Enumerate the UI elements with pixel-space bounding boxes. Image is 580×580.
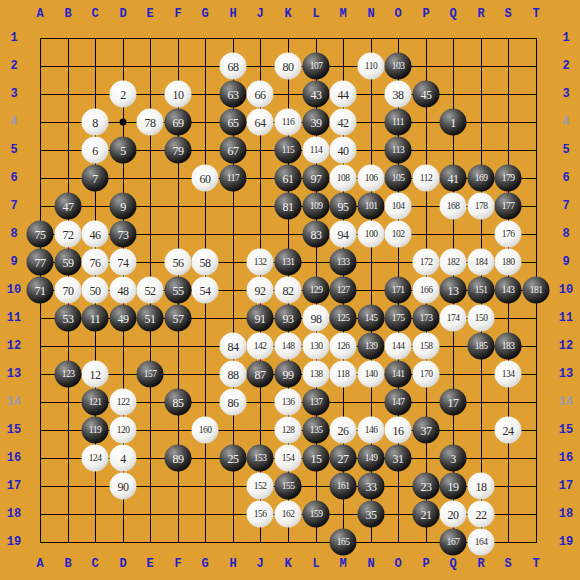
stone-white-K10[interactable]: 82 bbox=[275, 277, 302, 304]
stone-black-C6[interactable]: 7 bbox=[82, 165, 109, 192]
stone-white-M6[interactable]: 108 bbox=[330, 165, 357, 192]
stone-white-J17[interactable]: 152 bbox=[247, 473, 274, 500]
stone-white-O12[interactable]: 144 bbox=[385, 333, 412, 360]
stone-move-number: 104 bbox=[392, 201, 405, 211]
stone-white-L5[interactable]: 114 bbox=[303, 137, 330, 164]
stone-white-G6[interactable]: 60 bbox=[192, 165, 219, 192]
stone-move-number: 93 bbox=[283, 312, 294, 324]
stone-black-A10[interactable]: 71 bbox=[27, 277, 54, 304]
stone-white-R11[interactable]: 150 bbox=[468, 305, 495, 332]
column-label-bottom: H bbox=[229, 558, 236, 570]
stone-black-J11[interactable]: 91 bbox=[247, 305, 274, 332]
stone-move-number: 182 bbox=[447, 257, 460, 267]
stone-black-J16[interactable]: 153 bbox=[247, 445, 274, 472]
stone-move-number: 110 bbox=[365, 61, 377, 71]
stone-move-number: 136 bbox=[282, 397, 295, 407]
stone-move-number: 31 bbox=[393, 452, 404, 464]
stone-move-number: 109 bbox=[310, 201, 323, 211]
column-label-top: M bbox=[339, 8, 346, 20]
stone-move-number: 119 bbox=[89, 425, 101, 435]
stone-white-J18[interactable]: 156 bbox=[247, 501, 274, 528]
stone-black-C14[interactable]: 121 bbox=[82, 389, 109, 416]
stone-move-number: 161 bbox=[337, 481, 350, 491]
stone-move-number: 69 bbox=[173, 116, 184, 128]
stone-black-R10[interactable]: 151 bbox=[468, 277, 495, 304]
stone-move-number: 64 bbox=[255, 116, 266, 128]
row-label-left: 11 bbox=[7, 312, 21, 324]
stone-move-number: 121 bbox=[89, 397, 102, 407]
row-label-right: 8 bbox=[562, 228, 569, 240]
stone-black-H4[interactable]: 65 bbox=[220, 109, 247, 136]
stone-black-P15[interactable]: 37 bbox=[413, 417, 440, 444]
stone-black-Q19[interactable]: 167 bbox=[440, 529, 467, 556]
stone-move-number: 98 bbox=[311, 312, 322, 324]
stone-black-O5[interactable]: 113 bbox=[385, 137, 412, 164]
stone-move-number: 38 bbox=[393, 88, 404, 100]
stone-white-K4[interactable]: 116 bbox=[275, 109, 302, 136]
stone-move-number: 87 bbox=[255, 368, 266, 380]
stone-white-G9[interactable]: 58 bbox=[192, 249, 219, 276]
stone-black-Q10[interactable]: 13 bbox=[440, 277, 467, 304]
row-label-left: 5 bbox=[10, 144, 17, 156]
stone-black-M10[interactable]: 127 bbox=[330, 277, 357, 304]
stone-black-M9[interactable]: 133 bbox=[330, 249, 357, 276]
stone-white-R19[interactable]: 164 bbox=[468, 529, 495, 556]
stone-move-number: 97 bbox=[311, 172, 322, 184]
stone-move-number: 80 bbox=[283, 60, 294, 72]
stone-move-number: 150 bbox=[475, 313, 488, 323]
stone-white-D3[interactable]: 2 bbox=[110, 81, 137, 108]
column-label-top: C bbox=[91, 8, 98, 20]
column-label-top: D bbox=[119, 8, 126, 20]
stone-white-L11[interactable]: 98 bbox=[303, 305, 330, 332]
stone-white-D17[interactable]: 90 bbox=[110, 473, 137, 500]
stone-white-K14[interactable]: 136 bbox=[275, 389, 302, 416]
stone-move-number: 73 bbox=[118, 228, 129, 240]
stone-black-K7[interactable]: 81 bbox=[275, 193, 302, 220]
stone-black-S7[interactable]: 177 bbox=[495, 193, 522, 220]
stone-move-number: 178 bbox=[475, 201, 488, 211]
stone-white-P12[interactable]: 158 bbox=[413, 333, 440, 360]
stone-move-number: 113 bbox=[392, 145, 404, 155]
stone-black-Q6[interactable]: 41 bbox=[440, 165, 467, 192]
row-label-left: 14 bbox=[7, 396, 21, 408]
stone-white-C5[interactable]: 6 bbox=[82, 137, 109, 164]
stone-move-number: 154 bbox=[282, 453, 295, 463]
stone-black-T10[interactable]: 181 bbox=[523, 277, 550, 304]
stone-black-H6[interactable]: 117 bbox=[220, 165, 247, 192]
stone-white-D14[interactable]: 122 bbox=[110, 389, 137, 416]
stone-move-number: 25 bbox=[228, 452, 239, 464]
stone-move-number: 126 bbox=[337, 341, 350, 351]
stone-move-number: 151 bbox=[475, 285, 488, 295]
row-label-left: 2 bbox=[10, 60, 17, 72]
stone-move-number: 54 bbox=[200, 284, 211, 296]
stone-white-P6[interactable]: 112 bbox=[413, 165, 440, 192]
stone-move-number: 85 bbox=[173, 396, 184, 408]
stone-black-N11[interactable]: 145 bbox=[358, 305, 385, 332]
stone-white-C4[interactable]: 8 bbox=[82, 109, 109, 136]
stone-black-C11[interactable]: 11 bbox=[82, 305, 109, 332]
stone-white-H14[interactable]: 86 bbox=[220, 389, 247, 416]
stone-move-number: 76 bbox=[90, 256, 101, 268]
star-point bbox=[120, 119, 127, 126]
stone-white-N8[interactable]: 100 bbox=[358, 221, 385, 248]
stone-white-J4[interactable]: 64 bbox=[247, 109, 274, 136]
stone-white-G15[interactable]: 160 bbox=[192, 417, 219, 444]
stone-black-F10[interactable]: 55 bbox=[165, 277, 192, 304]
stone-white-N15[interactable]: 146 bbox=[358, 417, 385, 444]
stone-white-D15[interactable]: 120 bbox=[110, 417, 137, 444]
stone-move-number: 16 bbox=[393, 424, 404, 436]
stone-white-K16[interactable]: 154 bbox=[275, 445, 302, 472]
stone-move-number: 173 bbox=[420, 313, 433, 323]
row-label-right: 19 bbox=[559, 536, 573, 548]
stone-black-B9[interactable]: 59 bbox=[55, 249, 82, 276]
stone-move-number: 21 bbox=[421, 508, 432, 520]
column-label-top: P bbox=[422, 8, 429, 20]
stone-black-L10[interactable]: 129 bbox=[303, 277, 330, 304]
column-label-bottom: K bbox=[284, 558, 291, 570]
stone-white-L13[interactable]: 138 bbox=[303, 361, 330, 388]
stone-black-L2[interactable]: 107 bbox=[303, 53, 330, 80]
stone-white-R9[interactable]: 184 bbox=[468, 249, 495, 276]
stone-white-M3[interactable]: 44 bbox=[330, 81, 357, 108]
stone-white-E10[interactable]: 52 bbox=[137, 277, 164, 304]
stone-white-R17[interactable]: 18 bbox=[468, 473, 495, 500]
stone-white-C16[interactable]: 124 bbox=[82, 445, 109, 472]
stone-black-D8[interactable]: 73 bbox=[110, 221, 137, 248]
stone-move-number: 53 bbox=[63, 312, 74, 324]
stone-black-L14[interactable]: 137 bbox=[303, 389, 330, 416]
stone-white-K2[interactable]: 80 bbox=[275, 53, 302, 80]
stone-black-N16[interactable]: 149 bbox=[358, 445, 385, 472]
stone-black-O11[interactable]: 175 bbox=[385, 305, 412, 332]
stone-move-number: 51 bbox=[145, 312, 156, 324]
stone-white-C9[interactable]: 76 bbox=[82, 249, 109, 276]
stone-move-number: 139 bbox=[365, 341, 378, 351]
stone-move-number: 67 bbox=[228, 144, 239, 156]
stone-white-Q11[interactable]: 174 bbox=[440, 305, 467, 332]
stone-move-number: 42 bbox=[338, 116, 349, 128]
stone-black-M11[interactable]: 125 bbox=[330, 305, 357, 332]
stone-white-K18[interactable]: 162 bbox=[275, 501, 302, 528]
row-label-left: 6 bbox=[10, 172, 17, 184]
stone-white-J12[interactable]: 142 bbox=[247, 333, 274, 360]
stone-move-number: 130 bbox=[310, 341, 323, 351]
stone-black-M19[interactable]: 165 bbox=[330, 529, 357, 556]
stone-black-B13[interactable]: 123 bbox=[55, 361, 82, 388]
stone-move-number: 156 bbox=[254, 509, 267, 519]
stone-move-number: 132 bbox=[254, 257, 267, 267]
stone-white-M13[interactable]: 118 bbox=[330, 361, 357, 388]
stone-move-number: 106 bbox=[365, 173, 378, 183]
stone-white-C13[interactable]: 12 bbox=[82, 361, 109, 388]
stone-move-number: 71 bbox=[35, 284, 46, 296]
row-label-right: 2 bbox=[562, 60, 569, 72]
stone-black-P17[interactable]: 23 bbox=[413, 473, 440, 500]
stone-black-L18[interactable]: 159 bbox=[303, 501, 330, 528]
row-label-right: 16 bbox=[559, 452, 573, 464]
stone-black-M17[interactable]: 161 bbox=[330, 473, 357, 500]
stone-move-number: 89 bbox=[173, 452, 184, 464]
stone-move-number: 140 bbox=[365, 369, 378, 379]
stone-white-H13[interactable]: 88 bbox=[220, 361, 247, 388]
stone-move-number: 129 bbox=[310, 285, 323, 295]
stone-black-E11[interactable]: 51 bbox=[137, 305, 164, 332]
row-label-right: 17 bbox=[559, 480, 573, 492]
stone-black-Q16[interactable]: 3 bbox=[440, 445, 467, 472]
stone-black-L8[interactable]: 83 bbox=[303, 221, 330, 248]
stone-white-M4[interactable]: 42 bbox=[330, 109, 357, 136]
column-label-top: O bbox=[394, 8, 401, 20]
stone-black-S6[interactable]: 179 bbox=[495, 165, 522, 192]
column-label-top: S bbox=[504, 8, 511, 20]
stone-move-number: 44 bbox=[338, 88, 349, 100]
stone-white-R7[interactable]: 178 bbox=[468, 193, 495, 220]
stone-black-F4[interactable]: 69 bbox=[165, 109, 192, 136]
row-label-left: 16 bbox=[7, 452, 21, 464]
stone-black-N17[interactable]: 33 bbox=[358, 473, 385, 500]
stone-white-O3[interactable]: 38 bbox=[385, 81, 412, 108]
stone-white-N6[interactable]: 106 bbox=[358, 165, 385, 192]
stone-move-number: 17 bbox=[448, 396, 459, 408]
stone-move-number: 184 bbox=[475, 257, 488, 267]
stone-black-S10[interactable]: 143 bbox=[495, 277, 522, 304]
stone-move-number: 20 bbox=[448, 508, 459, 520]
stone-white-H2[interactable]: 68 bbox=[220, 53, 247, 80]
stone-black-A9[interactable]: 77 bbox=[27, 249, 54, 276]
stone-black-Q14[interactable]: 17 bbox=[440, 389, 467, 416]
stone-white-J10[interactable]: 92 bbox=[247, 277, 274, 304]
stone-move-number: 127 bbox=[337, 285, 350, 295]
stone-move-number: 61 bbox=[283, 172, 294, 184]
stone-move-number: 10 bbox=[173, 88, 184, 100]
stone-move-number: 179 bbox=[502, 173, 515, 183]
stone-move-number: 147 bbox=[392, 397, 405, 407]
stone-white-F9[interactable]: 56 bbox=[165, 249, 192, 276]
stone-white-M8[interactable]: 94 bbox=[330, 221, 357, 248]
stone-move-number: 166 bbox=[420, 285, 433, 295]
stone-move-number: 146 bbox=[365, 425, 378, 435]
stone-black-B11[interactable]: 53 bbox=[55, 305, 82, 332]
stone-black-A8[interactable]: 75 bbox=[27, 221, 54, 248]
stone-black-K17[interactable]: 155 bbox=[275, 473, 302, 500]
row-label-left: 17 bbox=[7, 480, 21, 492]
stone-black-O4[interactable]: 111 bbox=[385, 109, 412, 136]
stone-white-P13[interactable]: 170 bbox=[413, 361, 440, 388]
stone-white-D16[interactable]: 4 bbox=[110, 445, 137, 472]
stone-black-Q4[interactable]: 1 bbox=[440, 109, 467, 136]
stone-white-H12[interactable]: 84 bbox=[220, 333, 247, 360]
stone-move-number: 95 bbox=[338, 200, 349, 212]
stone-black-P18[interactable]: 21 bbox=[413, 501, 440, 528]
column-label-bottom: R bbox=[477, 558, 484, 570]
stone-white-G10[interactable]: 54 bbox=[192, 277, 219, 304]
stone-black-K13[interactable]: 99 bbox=[275, 361, 302, 388]
stone-white-M15[interactable]: 26 bbox=[330, 417, 357, 444]
stone-black-O6[interactable]: 105 bbox=[385, 165, 412, 192]
stone-black-D7[interactable]: 9 bbox=[110, 193, 137, 220]
stone-black-E13[interactable]: 157 bbox=[137, 361, 164, 388]
row-label-left: 13 bbox=[7, 368, 21, 380]
stone-black-O2[interactable]: 103 bbox=[385, 53, 412, 80]
stone-move-number: 164 bbox=[475, 537, 488, 547]
stone-black-M16[interactable]: 27 bbox=[330, 445, 357, 472]
column-label-top: K bbox=[284, 8, 291, 20]
stone-black-K11[interactable]: 93 bbox=[275, 305, 302, 332]
stone-white-N2[interactable]: 110 bbox=[358, 53, 385, 80]
stone-white-D10[interactable]: 48 bbox=[110, 277, 137, 304]
stone-black-L6[interactable]: 97 bbox=[303, 165, 330, 192]
stone-black-P3[interactable]: 45 bbox=[413, 81, 440, 108]
stone-white-K15[interactable]: 128 bbox=[275, 417, 302, 444]
stone-white-N13[interactable]: 140 bbox=[358, 361, 385, 388]
stone-black-Q17[interactable]: 19 bbox=[440, 473, 467, 500]
stone-white-S15[interactable]: 24 bbox=[495, 417, 522, 444]
stone-white-M5[interactable]: 40 bbox=[330, 137, 357, 164]
stone-black-L15[interactable]: 135 bbox=[303, 417, 330, 444]
stone-move-number: 15 bbox=[311, 452, 322, 464]
stone-white-Q7[interactable]: 168 bbox=[440, 193, 467, 220]
stone-black-H5[interactable]: 67 bbox=[220, 137, 247, 164]
stone-move-number: 122 bbox=[117, 397, 130, 407]
stone-black-R6[interactable]: 169 bbox=[468, 165, 495, 192]
stone-black-D11[interactable]: 49 bbox=[110, 305, 137, 332]
row-label-left: 10 bbox=[7, 284, 21, 296]
stone-white-C10[interactable]: 50 bbox=[82, 277, 109, 304]
stone-white-J3[interactable]: 66 bbox=[247, 81, 274, 108]
stone-black-N7[interactable]: 101 bbox=[358, 193, 385, 220]
stone-move-number: 177 bbox=[502, 201, 515, 211]
stone-white-F3[interactable]: 10 bbox=[165, 81, 192, 108]
stone-move-number: 4 bbox=[120, 452, 126, 464]
stone-black-K9[interactable]: 131 bbox=[275, 249, 302, 276]
stone-black-L3[interactable]: 43 bbox=[303, 81, 330, 108]
stone-move-number: 41 bbox=[448, 172, 459, 184]
stone-white-R18[interactable]: 22 bbox=[468, 501, 495, 528]
stone-black-J13[interactable]: 87 bbox=[247, 361, 274, 388]
stone-move-number: 79 bbox=[173, 144, 184, 156]
stone-move-number: 111 bbox=[392, 117, 404, 127]
stone-black-F11[interactable]: 57 bbox=[165, 305, 192, 332]
stone-black-F14[interactable]: 85 bbox=[165, 389, 192, 416]
stone-move-number: 90 bbox=[118, 480, 129, 492]
stone-black-O13[interactable]: 141 bbox=[385, 361, 412, 388]
row-label-right: 10 bbox=[559, 284, 573, 296]
stone-white-P9[interactable]: 172 bbox=[413, 249, 440, 276]
stone-white-K12[interactable]: 148 bbox=[275, 333, 302, 360]
stone-black-M7[interactable]: 95 bbox=[330, 193, 357, 220]
stone-black-S12[interactable]: 183 bbox=[495, 333, 522, 360]
stone-move-number: 142 bbox=[254, 341, 267, 351]
stone-black-F5[interactable]: 79 bbox=[165, 137, 192, 164]
stone-white-S13[interactable]: 134 bbox=[495, 361, 522, 388]
stone-black-L16[interactable]: 15 bbox=[303, 445, 330, 472]
stone-black-C15[interactable]: 119 bbox=[82, 417, 109, 444]
stone-black-B7[interactable]: 47 bbox=[55, 193, 82, 220]
stone-move-number: 77 bbox=[35, 256, 46, 268]
stone-move-number: 168 bbox=[447, 201, 460, 211]
stone-black-K6[interactable]: 61 bbox=[275, 165, 302, 192]
stone-move-number: 144 bbox=[392, 341, 405, 351]
stone-white-J9[interactable]: 132 bbox=[247, 249, 274, 276]
stone-move-number: 185 bbox=[475, 341, 488, 351]
stone-black-H16[interactable]: 25 bbox=[220, 445, 247, 472]
column-label-bottom: A bbox=[36, 558, 43, 570]
row-label-right: 9 bbox=[562, 256, 569, 268]
stone-move-number: 160 bbox=[199, 425, 212, 435]
stone-white-O7[interactable]: 104 bbox=[385, 193, 412, 220]
go-board[interactable]: AABBCCDDEEFFGGHHJJKKLLMMNNOOPPQQRRSSTT11… bbox=[0, 0, 580, 580]
stone-black-O16[interactable]: 31 bbox=[385, 445, 412, 472]
stone-white-S8[interactable]: 176 bbox=[495, 221, 522, 248]
stone-black-O10[interactable]: 171 bbox=[385, 277, 412, 304]
stone-white-S9[interactable]: 180 bbox=[495, 249, 522, 276]
stone-move-number: 153 bbox=[254, 453, 267, 463]
stone-white-O15[interactable]: 16 bbox=[385, 417, 412, 444]
stone-move-number: 115 bbox=[282, 145, 294, 155]
column-label-bottom: E bbox=[146, 558, 153, 570]
stone-move-number: 175 bbox=[392, 313, 405, 323]
stone-white-B8[interactable]: 72 bbox=[55, 221, 82, 248]
stone-move-number: 40 bbox=[338, 144, 349, 156]
stone-white-B10[interactable]: 70 bbox=[55, 277, 82, 304]
stone-move-number: 86 bbox=[228, 396, 239, 408]
stone-move-number: 117 bbox=[227, 173, 239, 183]
stone-black-H3[interactable]: 63 bbox=[220, 81, 247, 108]
stone-black-K5[interactable]: 115 bbox=[275, 137, 302, 164]
stone-move-number: 103 bbox=[392, 61, 405, 71]
stone-move-number: 84 bbox=[228, 340, 239, 352]
stone-white-P10[interactable]: 166 bbox=[413, 277, 440, 304]
stone-move-number: 72 bbox=[63, 228, 74, 240]
stone-white-M12[interactable]: 126 bbox=[330, 333, 357, 360]
stone-black-N12[interactable]: 139 bbox=[358, 333, 385, 360]
stone-white-Q18[interactable]: 20 bbox=[440, 501, 467, 528]
column-label-top: J bbox=[256, 8, 263, 20]
column-label-bottom: P bbox=[422, 558, 429, 570]
column-label-bottom: Q bbox=[449, 558, 456, 570]
stone-white-Q9[interactable]: 182 bbox=[440, 249, 467, 276]
stone-black-O14[interactable]: 147 bbox=[385, 389, 412, 416]
row-label-left: 15 bbox=[7, 424, 21, 436]
stone-white-L12[interactable]: 130 bbox=[303, 333, 330, 360]
stone-white-E4[interactable]: 78 bbox=[137, 109, 164, 136]
stone-white-D9[interactable]: 74 bbox=[110, 249, 137, 276]
stone-black-L7[interactable]: 109 bbox=[303, 193, 330, 220]
column-label-top: T bbox=[532, 8, 539, 20]
row-label-right: 11 bbox=[559, 312, 573, 324]
stone-move-number: 56 bbox=[173, 256, 184, 268]
stone-move-number: 125 bbox=[337, 313, 350, 323]
stone-black-L4[interactable]: 39 bbox=[303, 109, 330, 136]
row-label-right: 7 bbox=[562, 200, 569, 212]
stone-black-P11[interactable]: 173 bbox=[413, 305, 440, 332]
stone-move-number: 3 bbox=[450, 452, 456, 464]
stone-white-C8[interactable]: 46 bbox=[82, 221, 109, 248]
stone-black-F16[interactable]: 89 bbox=[165, 445, 192, 472]
stone-move-number: 9 bbox=[120, 200, 126, 212]
stone-move-number: 68 bbox=[228, 60, 239, 72]
stone-move-number: 13 bbox=[448, 284, 459, 296]
stone-black-D5[interactable]: 5 bbox=[110, 137, 137, 164]
stone-white-O8[interactable]: 102 bbox=[385, 221, 412, 248]
stone-move-number: 11 bbox=[90, 312, 101, 324]
stone-black-N18[interactable]: 35 bbox=[358, 501, 385, 528]
stone-move-number: 88 bbox=[228, 368, 239, 380]
stone-black-R12[interactable]: 185 bbox=[468, 333, 495, 360]
